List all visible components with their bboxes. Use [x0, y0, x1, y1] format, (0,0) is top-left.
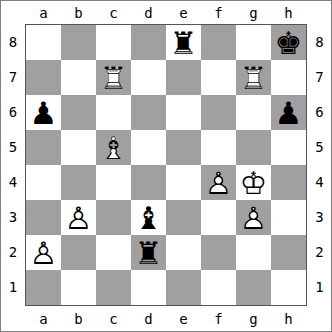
- square-g2[interactable]: [236, 235, 271, 270]
- square-e3[interactable]: [166, 200, 201, 235]
- square-a2[interactable]: ♟♙: [26, 235, 61, 270]
- rank-label-7: 7: [1, 60, 25, 95]
- square-d2[interactable]: ♜: [131, 235, 166, 270]
- square-b4[interactable]: [61, 165, 96, 200]
- chess-diagram: abcdefgh abcdefgh 87654321 87654321 ♜♚♜♖…: [0, 0, 332, 332]
- file-label-h: h: [271, 1, 306, 25]
- rank-label-2: 2: [1, 235, 25, 270]
- square-f8[interactable]: [201, 25, 236, 60]
- square-c7[interactable]: ♜♖: [96, 60, 131, 95]
- square-d5[interactable]: [131, 130, 166, 165]
- piece-outline-glyph: ♙: [236, 200, 271, 235]
- square-e1[interactable]: [166, 270, 201, 305]
- square-f1[interactable]: [201, 270, 236, 305]
- file-label-e: e: [166, 1, 201, 25]
- rank-label-5: 5: [307, 130, 332, 165]
- square-e8[interactable]: ♜: [166, 25, 201, 60]
- file-labels-top: abcdefgh: [26, 1, 306, 25]
- square-h6[interactable]: ♟: [271, 95, 306, 130]
- black-pawn-a6[interactable]: ♟: [26, 95, 61, 130]
- square-g7[interactable]: ♜♖: [236, 60, 271, 95]
- rank-label-3: 3: [1, 200, 25, 235]
- white-king-g4[interactable]: ♚♔: [236, 165, 271, 200]
- square-c2[interactable]: [96, 235, 131, 270]
- square-h4[interactable]: [271, 165, 306, 200]
- piece-outline-glyph: ♙: [26, 235, 61, 270]
- piece-outline-glyph: ♖: [96, 60, 131, 95]
- square-a6[interactable]: ♟: [26, 95, 61, 130]
- file-label-c: c: [96, 1, 131, 25]
- rank-label-6: 6: [307, 95, 332, 130]
- square-b3[interactable]: ♟♙: [61, 200, 96, 235]
- square-a3[interactable]: [26, 200, 61, 235]
- square-a5[interactable]: [26, 130, 61, 165]
- white-pawn-g3[interactable]: ♟♙: [236, 200, 271, 235]
- square-d6[interactable]: [131, 95, 166, 130]
- piece-outline-glyph: ♔: [236, 165, 271, 200]
- square-d4[interactable]: [131, 165, 166, 200]
- board: ♜♚♜♖♜♖♟♟♝♗♟♙♚♔♟♙♝♟♙♟♙♜: [25, 24, 307, 306]
- file-label-d: d: [131, 306, 166, 332]
- square-b2[interactable]: [61, 235, 96, 270]
- white-pawn-b3[interactable]: ♟♙: [61, 200, 96, 235]
- square-a8[interactable]: [26, 25, 61, 60]
- square-c8[interactable]: [96, 25, 131, 60]
- square-a4[interactable]: [26, 165, 61, 200]
- black-pawn-h6[interactable]: ♟: [271, 95, 306, 130]
- square-e6[interactable]: [166, 95, 201, 130]
- square-c5[interactable]: ♝♗: [96, 130, 131, 165]
- square-d3[interactable]: ♝: [131, 200, 166, 235]
- square-c4[interactable]: [96, 165, 131, 200]
- square-c6[interactable]: [96, 95, 131, 130]
- white-rook-g7[interactable]: ♜♖: [236, 60, 271, 95]
- square-g8[interactable]: [236, 25, 271, 60]
- square-h7[interactable]: [271, 60, 306, 95]
- square-f4[interactable]: ♟♙: [201, 165, 236, 200]
- black-king-h8[interactable]: ♚: [271, 25, 306, 60]
- square-f6[interactable]: [201, 95, 236, 130]
- square-d1[interactable]: [131, 270, 166, 305]
- square-d7[interactable]: [131, 60, 166, 95]
- piece-outline-glyph: ♖: [236, 60, 271, 95]
- square-h3[interactable]: [271, 200, 306, 235]
- white-pawn-f4[interactable]: ♟♙: [201, 165, 236, 200]
- file-label-g: g: [236, 306, 271, 332]
- piece-outline-glyph: ♙: [201, 165, 236, 200]
- file-label-b: b: [61, 1, 96, 25]
- square-h1[interactable]: [271, 270, 306, 305]
- square-f5[interactable]: [201, 130, 236, 165]
- square-g1[interactable]: [236, 270, 271, 305]
- file-label-a: a: [26, 306, 61, 332]
- square-f2[interactable]: [201, 235, 236, 270]
- black-rook-e8[interactable]: ♜: [166, 25, 201, 60]
- rank-label-1: 1: [307, 270, 332, 305]
- rank-label-6: 6: [1, 95, 25, 130]
- rank-label-7: 7: [307, 60, 332, 95]
- white-pawn-a2[interactable]: ♟♙: [26, 235, 61, 270]
- rank-label-8: 8: [1, 25, 25, 60]
- square-b8[interactable]: [61, 25, 96, 60]
- rank-label-4: 4: [307, 165, 332, 200]
- square-e2[interactable]: [166, 235, 201, 270]
- square-c1[interactable]: [96, 270, 131, 305]
- white-rook-c7[interactable]: ♜♖: [96, 60, 131, 95]
- rank-labels-right: 87654321: [307, 25, 332, 305]
- square-c3[interactable]: [96, 200, 131, 235]
- square-d8[interactable]: [131, 25, 166, 60]
- rank-label-8: 8: [307, 25, 332, 60]
- rank-label-1: 1: [1, 270, 25, 305]
- square-e7[interactable]: [166, 60, 201, 95]
- rank-label-5: 5: [1, 130, 25, 165]
- file-label-e: e: [166, 306, 201, 332]
- square-b5[interactable]: [61, 130, 96, 165]
- square-b6[interactable]: [61, 95, 96, 130]
- rank-labels-left: 87654321: [1, 25, 25, 305]
- file-label-f: f: [201, 1, 236, 25]
- file-label-a: a: [26, 1, 61, 25]
- square-h2[interactable]: [271, 235, 306, 270]
- file-label-d: d: [131, 1, 166, 25]
- white-bishop-c5[interactable]: ♝♗: [96, 130, 131, 165]
- file-label-b: b: [61, 306, 96, 332]
- file-label-c: c: [96, 306, 131, 332]
- square-b1[interactable]: [61, 270, 96, 305]
- piece-outline-glyph: ♗: [96, 130, 131, 165]
- square-a1[interactable]: [26, 270, 61, 305]
- file-label-g: g: [236, 1, 271, 25]
- square-g6[interactable]: [236, 95, 271, 130]
- file-label-f: f: [201, 306, 236, 332]
- rank-label-3: 3: [307, 200, 332, 235]
- file-labels-bottom: abcdefgh: [26, 306, 306, 332]
- square-b7[interactable]: [61, 60, 96, 95]
- black-bishop-d3[interactable]: ♝: [131, 200, 166, 235]
- square-h5[interactable]: [271, 130, 306, 165]
- square-a7[interactable]: [26, 60, 61, 95]
- piece-outline-glyph: ♙: [61, 200, 96, 235]
- square-e5[interactable]: [166, 130, 201, 165]
- square-f7[interactable]: [201, 60, 236, 95]
- black-rook-d2[interactable]: ♜: [131, 235, 166, 270]
- square-g3[interactable]: ♟♙: [236, 200, 271, 235]
- square-g5[interactable]: [236, 130, 271, 165]
- rank-label-2: 2: [307, 235, 332, 270]
- square-f3[interactable]: [201, 200, 236, 235]
- square-g4[interactable]: ♚♔: [236, 165, 271, 200]
- rank-label-4: 4: [1, 165, 25, 200]
- square-h8[interactable]: ♚: [271, 25, 306, 60]
- square-e4[interactable]: [166, 165, 201, 200]
- file-label-h: h: [271, 306, 306, 332]
